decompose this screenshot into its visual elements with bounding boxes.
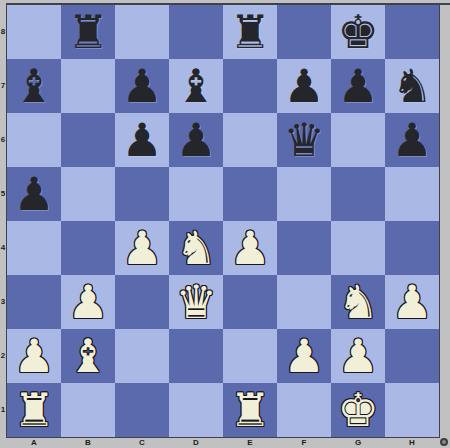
- square-e7[interactable]: [223, 59, 277, 113]
- rank-label-4: 4: [0, 221, 6, 275]
- square-a8[interactable]: [7, 5, 61, 59]
- board-wrap: ♜♜♚♝♟♝♟♟♞♟♟♛♟♟♟♞♟♟♛♞♟♟♝♟♟♜♜♚: [6, 4, 440, 438]
- square-d2[interactable]: [169, 329, 223, 383]
- square-d8[interactable]: [169, 5, 223, 59]
- piece-black-pawn-c6[interactable]: ♟: [115, 113, 169, 167]
- square-c5[interactable]: [115, 167, 169, 221]
- square-f7[interactable]: ♟: [277, 59, 331, 113]
- square-a1[interactable]: ♜: [7, 383, 61, 437]
- square-e5[interactable]: [223, 167, 277, 221]
- square-g6[interactable]: [331, 113, 385, 167]
- piece-white-pawn-f2[interactable]: ♟: [277, 329, 331, 383]
- piece-black-pawn-a5[interactable]: ♟: [7, 167, 61, 221]
- piece-white-king-g1[interactable]: ♚: [331, 383, 385, 437]
- piece-white-knight-d4[interactable]: ♞: [169, 221, 223, 275]
- piece-white-pawn-b3[interactable]: ♟: [61, 275, 115, 329]
- piece-white-bishop-b2[interactable]: ♝: [61, 329, 115, 383]
- square-c1[interactable]: [115, 383, 169, 437]
- square-h6[interactable]: ♟: [385, 113, 439, 167]
- piece-white-pawn-g2[interactable]: ♟: [331, 329, 385, 383]
- rank-label-5: 5: [0, 167, 6, 221]
- piece-black-king-g8[interactable]: ♚: [331, 5, 385, 59]
- piece-white-queen-d3[interactable]: ♛: [169, 275, 223, 329]
- square-f2[interactable]: ♟: [277, 329, 331, 383]
- piece-white-knight-g3[interactable]: ♞: [331, 275, 385, 329]
- square-f6[interactable]: ♛: [277, 113, 331, 167]
- square-e8[interactable]: ♜: [223, 5, 277, 59]
- square-b8[interactable]: ♜: [61, 5, 115, 59]
- square-a7[interactable]: ♝: [7, 59, 61, 113]
- square-a4[interactable]: [7, 221, 61, 275]
- piece-black-pawn-g7[interactable]: ♟: [331, 59, 385, 113]
- piece-black-pawn-c7[interactable]: ♟: [115, 59, 169, 113]
- file-label-a: A: [7, 437, 61, 448]
- piece-white-pawn-h3[interactable]: ♟: [385, 275, 439, 329]
- piece-white-pawn-a2[interactable]: ♟: [7, 329, 61, 383]
- square-d6[interactable]: ♟: [169, 113, 223, 167]
- square-d5[interactable]: [169, 167, 223, 221]
- file-label-b: B: [61, 437, 115, 448]
- file-label-c: C: [115, 437, 169, 448]
- square-a6[interactable]: [7, 113, 61, 167]
- file-label-f: F: [277, 437, 331, 448]
- square-c2[interactable]: [115, 329, 169, 383]
- square-e6[interactable]: [223, 113, 277, 167]
- piece-white-rook-a1[interactable]: ♜: [7, 383, 61, 437]
- square-g2[interactable]: ♟: [331, 329, 385, 383]
- square-d3[interactable]: ♛: [169, 275, 223, 329]
- square-b7[interactable]: [61, 59, 115, 113]
- square-d7[interactable]: ♝: [169, 59, 223, 113]
- square-f8[interactable]: [277, 5, 331, 59]
- piece-white-rook-e1[interactable]: ♜: [223, 383, 277, 437]
- square-a5[interactable]: ♟: [7, 167, 61, 221]
- square-f1[interactable]: [277, 383, 331, 437]
- square-g5[interactable]: [331, 167, 385, 221]
- square-e3[interactable]: [223, 275, 277, 329]
- piece-black-bishop-a7[interactable]: ♝: [7, 59, 61, 113]
- square-e1[interactable]: ♜: [223, 383, 277, 437]
- square-h3[interactable]: ♟: [385, 275, 439, 329]
- file-label-e: E: [223, 437, 277, 448]
- corner-dot-icon: [440, 438, 448, 446]
- piece-black-pawn-d6[interactable]: ♟: [169, 113, 223, 167]
- square-c8[interactable]: [115, 5, 169, 59]
- piece-black-pawn-h6[interactable]: ♟: [385, 113, 439, 167]
- square-b4[interactable]: [61, 221, 115, 275]
- square-e4[interactable]: ♟: [223, 221, 277, 275]
- file-label-d: D: [169, 437, 223, 448]
- square-c3[interactable]: [115, 275, 169, 329]
- square-b3[interactable]: ♟: [61, 275, 115, 329]
- square-a3[interactable]: [7, 275, 61, 329]
- square-g8[interactable]: ♚: [331, 5, 385, 59]
- square-b2[interactable]: ♝: [61, 329, 115, 383]
- piece-black-pawn-f7[interactable]: ♟: [277, 59, 331, 113]
- square-h1[interactable]: [385, 383, 439, 437]
- rank-label-2: 2: [0, 329, 6, 383]
- square-g4[interactable]: [331, 221, 385, 275]
- square-h5[interactable]: [385, 167, 439, 221]
- square-e2[interactable]: [223, 329, 277, 383]
- piece-black-rook-e8[interactable]: ♜: [223, 5, 277, 59]
- square-g7[interactable]: ♟: [331, 59, 385, 113]
- rank-label-1: 1: [0, 383, 6, 437]
- rank-label-3: 3: [0, 275, 6, 329]
- file-label-h: H: [385, 437, 439, 448]
- square-b1[interactable]: [61, 383, 115, 437]
- square-h4[interactable]: [385, 221, 439, 275]
- square-d1[interactable]: [169, 383, 223, 437]
- chess-app-frame: ♜♜♚♝♟♝♟♟♞♟♟♛♟♟♟♞♟♟♛♞♟♟♝♟♟♜♜♚ 87654321 AB…: [0, 0, 450, 448]
- chess-board: ♜♜♚♝♟♝♟♟♞♟♟♛♟♟♟♞♟♟♛♞♟♟♝♟♟♜♜♚: [7, 5, 439, 437]
- rank-label-6: 6: [0, 113, 6, 167]
- piece-white-pawn-c4[interactable]: ♟: [115, 221, 169, 275]
- square-b6[interactable]: [61, 113, 115, 167]
- square-c6[interactable]: ♟: [115, 113, 169, 167]
- square-c4[interactable]: ♟: [115, 221, 169, 275]
- piece-black-bishop-d7[interactable]: ♝: [169, 59, 223, 113]
- piece-black-rook-b8[interactable]: ♜: [61, 5, 115, 59]
- square-a2[interactable]: ♟: [7, 329, 61, 383]
- square-h2[interactable]: [385, 329, 439, 383]
- square-d4[interactable]: ♞: [169, 221, 223, 275]
- square-f4[interactable]: [277, 221, 331, 275]
- square-f3[interactable]: [277, 275, 331, 329]
- square-h8[interactable]: [385, 5, 439, 59]
- square-g1[interactable]: ♚: [331, 383, 385, 437]
- piece-black-queen-f6[interactable]: ♛: [277, 113, 331, 167]
- rank-label-7: 7: [0, 59, 6, 113]
- square-g3[interactable]: ♞: [331, 275, 385, 329]
- file-label-g: G: [331, 437, 385, 448]
- rank-label-8: 8: [0, 5, 6, 59]
- square-b5[interactable]: [61, 167, 115, 221]
- square-c7[interactable]: ♟: [115, 59, 169, 113]
- piece-white-pawn-e4[interactable]: ♟: [223, 221, 277, 275]
- square-h7[interactable]: ♞: [385, 59, 439, 113]
- square-f5[interactable]: [277, 167, 331, 221]
- piece-black-knight-h7[interactable]: ♞: [385, 59, 439, 113]
